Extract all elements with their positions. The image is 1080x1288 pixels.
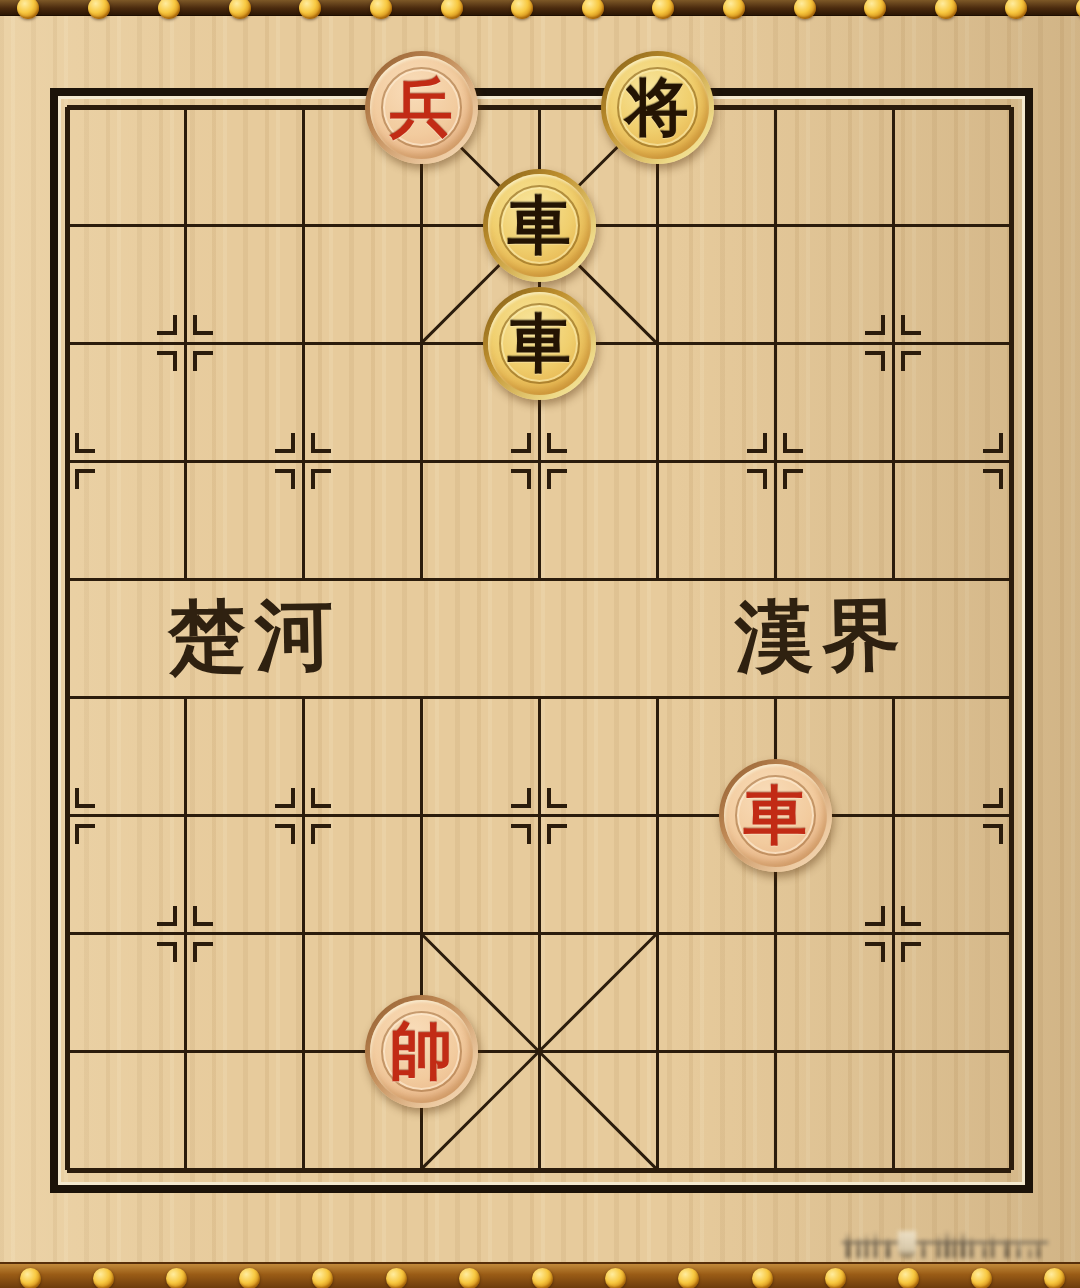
gold-stud <box>652 0 674 19</box>
gold-stud <box>20 1268 41 1288</box>
red-general-d9[interactable]: 帥 <box>365 995 478 1108</box>
point-marker <box>157 351 177 371</box>
gold-stud <box>511 0 533 19</box>
point-marker <box>747 433 767 453</box>
grid-file-line <box>774 107 777 581</box>
point-marker <box>547 788 567 808</box>
point-marker <box>193 351 213 371</box>
gold-stud <box>370 0 392 19</box>
gold-stud <box>459 1268 480 1288</box>
gold-stud <box>935 0 957 19</box>
red-soldier-d1[interactable]: 兵 <box>365 51 478 164</box>
watermark-stroke <box>1037 1240 1040 1258</box>
point-marker <box>311 824 331 844</box>
grid-file-line <box>892 107 895 581</box>
point-marker <box>901 942 921 962</box>
watermark-stroke <box>991 1234 994 1258</box>
point-marker <box>547 433 567 453</box>
point-marker <box>157 942 177 962</box>
gold-stud <box>158 0 180 19</box>
watermark-stroke <box>1017 1242 1020 1258</box>
point-marker <box>901 315 921 335</box>
point-marker <box>511 788 531 808</box>
piece-character: 車 <box>508 194 571 257</box>
point-marker <box>983 824 1003 844</box>
grid-file-line <box>1009 107 1014 1170</box>
black-chariot-e2[interactable]: 車 <box>483 169 596 282</box>
point-marker <box>983 433 1003 453</box>
watermark-stroke <box>874 1231 877 1258</box>
grid-file-line <box>302 696 305 1171</box>
watermark-stroke <box>1005 1237 1009 1258</box>
top-decorative-band <box>0 0 1080 16</box>
xiangqi-app-screen: 楚河 漢界 兵将車車車帥 <box>0 0 1080 1288</box>
point-marker <box>983 788 1003 808</box>
point-marker <box>547 469 567 489</box>
point-marker <box>75 788 95 808</box>
gold-stud <box>605 1268 626 1288</box>
gold-stud <box>898 1268 919 1288</box>
point-marker <box>275 469 295 489</box>
point-marker <box>511 824 531 844</box>
point-marker <box>193 315 213 335</box>
point-marker <box>157 315 177 335</box>
point-marker <box>75 433 95 453</box>
watermark-stroke <box>886 1237 890 1258</box>
gold-stud <box>229 0 251 19</box>
watermark-stroke <box>970 1236 973 1258</box>
gold-stud <box>1076 0 1080 19</box>
point-marker <box>783 469 803 489</box>
gold-stud <box>532 1268 553 1288</box>
watermark-stroke <box>898 1231 916 1258</box>
gold-stud <box>93 1268 114 1288</box>
grid-file-line <box>892 696 895 1171</box>
watermark-stroke <box>865 1233 868 1258</box>
watermark-stroke <box>922 1238 925 1258</box>
watermark-stroke <box>961 1231 965 1258</box>
point-marker <box>901 351 921 371</box>
piece-character: 兵 <box>390 76 453 139</box>
watermark-stroke <box>983 1241 986 1258</box>
grid-file-line <box>184 107 187 581</box>
piece-character: 帥 <box>390 1020 453 1083</box>
point-marker <box>865 315 885 335</box>
point-marker <box>783 433 803 453</box>
gold-stud <box>17 0 39 19</box>
gold-stud <box>752 1268 773 1288</box>
watermark-smudge <box>842 1224 1052 1264</box>
watermark-stroke <box>945 1230 949 1258</box>
point-marker <box>311 469 331 489</box>
watermark-stroke <box>937 1234 940 1258</box>
gold-stud <box>794 0 816 19</box>
gold-stud <box>864 0 886 19</box>
point-marker <box>865 906 885 926</box>
grid-file-line <box>302 107 305 581</box>
point-marker <box>157 906 177 926</box>
point-marker <box>511 433 531 453</box>
gold-stud <box>1005 0 1027 19</box>
gold-stud <box>386 1268 407 1288</box>
point-marker <box>983 469 1003 489</box>
point-marker <box>75 469 95 489</box>
watermark-stroke <box>953 1234 956 1258</box>
point-marker <box>75 824 95 844</box>
gold-stud <box>88 0 110 19</box>
watermark-stroke <box>846 1232 850 1258</box>
gold-stud <box>582 0 604 19</box>
point-marker <box>865 351 885 371</box>
point-marker <box>275 788 295 808</box>
piece-character: 車 <box>744 784 807 847</box>
point-marker <box>311 433 331 453</box>
watermark-stroke <box>1029 1246 1031 1258</box>
point-marker <box>275 824 295 844</box>
point-marker <box>193 906 213 926</box>
point-marker <box>311 788 331 808</box>
point-marker <box>193 942 213 962</box>
grid-file-line <box>65 107 70 1170</box>
point-marker <box>511 469 531 489</box>
xiangqi-board: 楚河 漢界 兵将車車車帥 <box>67 107 1011 1170</box>
gold-stud <box>825 1268 846 1288</box>
river-label-right: 漢界 <box>734 583 910 691</box>
grid-file-line <box>184 696 187 1171</box>
gold-stud <box>312 1268 333 1288</box>
gold-stud <box>971 1268 992 1288</box>
point-marker <box>275 433 295 453</box>
piece-character: 将 <box>626 76 689 139</box>
gold-stud <box>299 0 321 19</box>
black-chariot-e3[interactable]: 車 <box>483 287 596 400</box>
gold-stud <box>441 0 463 19</box>
gold-stud <box>239 1268 260 1288</box>
gold-stud <box>1044 1268 1065 1288</box>
gold-stud <box>678 1268 699 1288</box>
river-label-left: 楚河 <box>167 583 343 691</box>
bottom-decorative-band <box>0 1262 1080 1288</box>
point-marker <box>901 906 921 926</box>
point-marker <box>865 942 885 962</box>
piece-character: 車 <box>508 312 571 375</box>
red-chariot-g7[interactable]: 車 <box>719 759 832 872</box>
point-marker <box>747 469 767 489</box>
gold-stud <box>166 1268 187 1288</box>
point-marker <box>547 824 567 844</box>
gold-stud <box>723 0 745 19</box>
grid-file-line <box>538 696 541 1171</box>
black-general-f1[interactable]: 将 <box>601 51 714 164</box>
watermark-stroke <box>857 1236 860 1258</box>
